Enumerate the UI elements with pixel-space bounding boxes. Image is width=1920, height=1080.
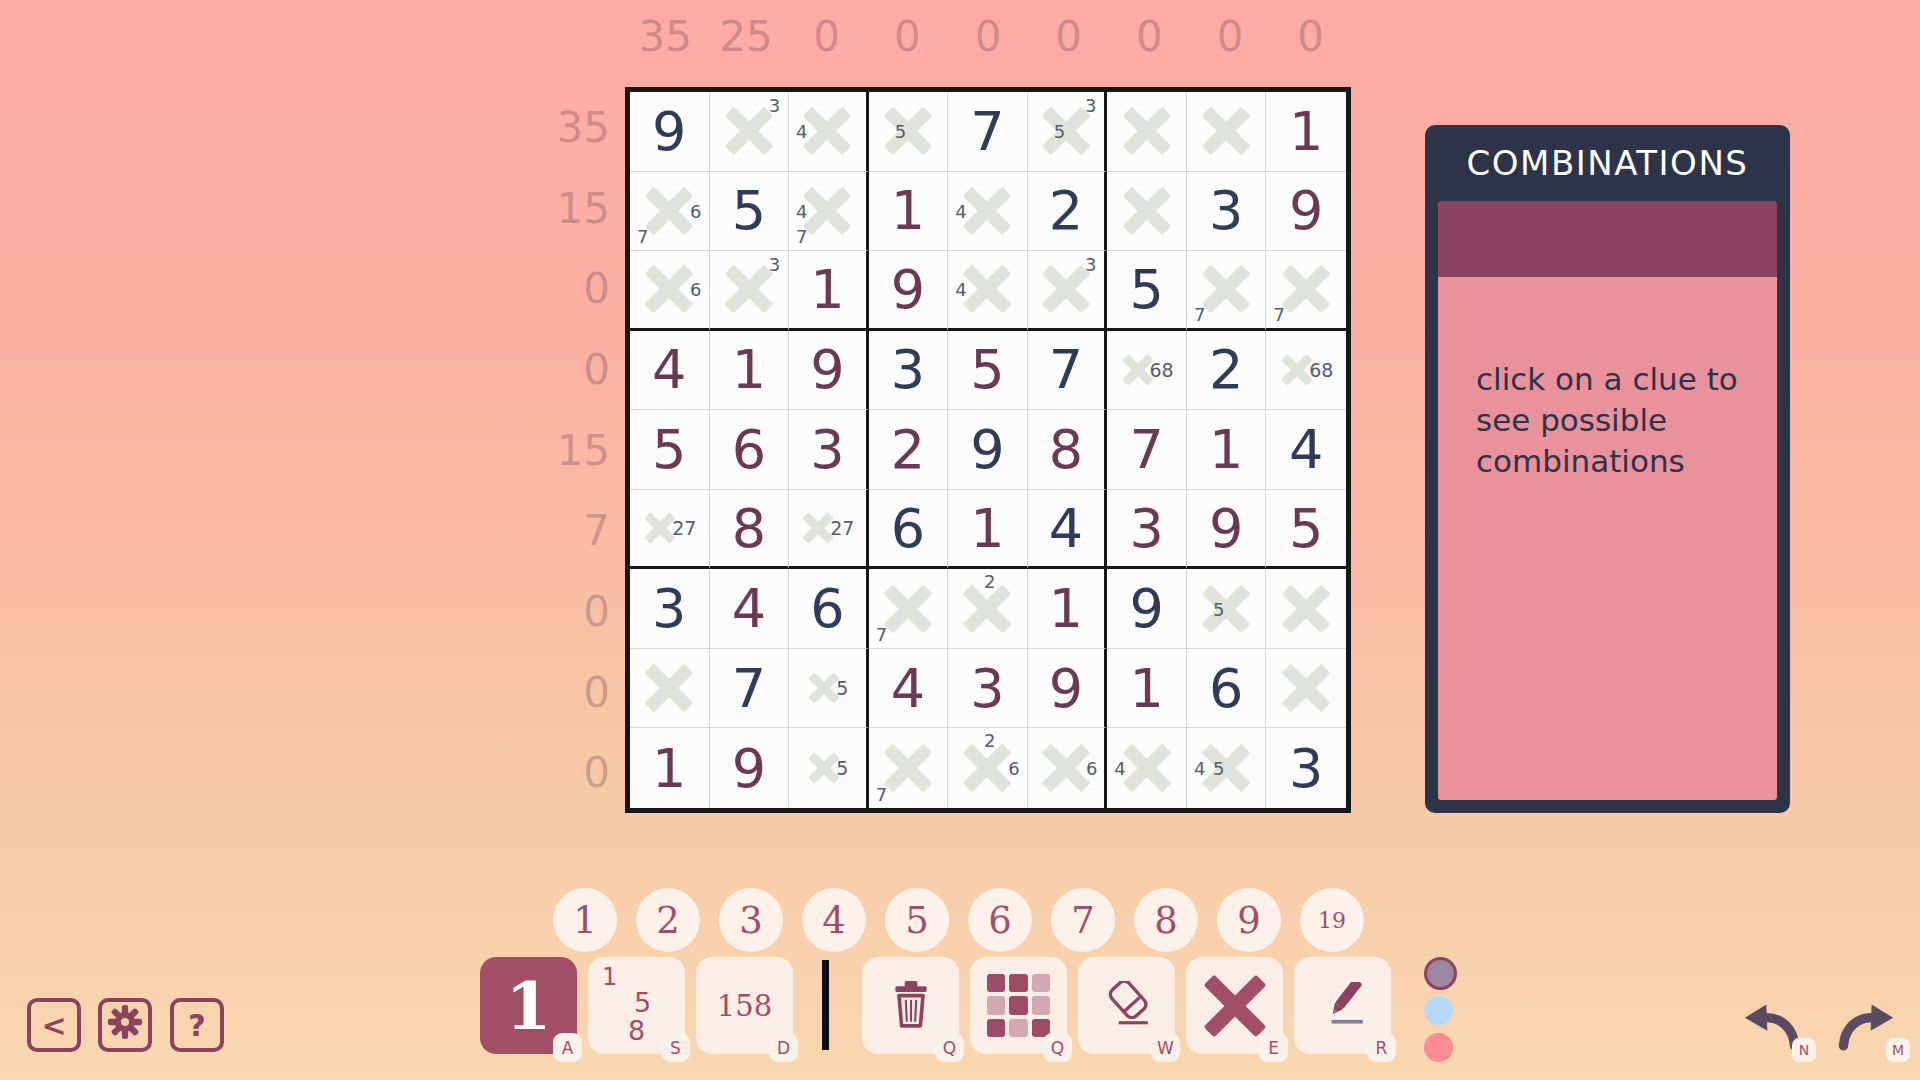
keyboard-hint: Q [935, 1033, 964, 1062]
grid-cell[interactable]: 7 [1028, 331, 1108, 411]
grid-cell[interactable]: 53 [1028, 92, 1108, 172]
entered-digit: 3 [948, 649, 1027, 728]
entered-digit: 1 [1187, 410, 1266, 489]
pencil-mark: 2 [984, 730, 995, 751]
elimination-x-mark [959, 183, 1015, 239]
entered-digit: 8 [1028, 410, 1105, 489]
candidate-digits: 68 [1309, 359, 1333, 381]
grid-cell[interactable]: 3 [1187, 172, 1267, 252]
grid-cell[interactable]: 3 [789, 410, 869, 490]
given-digit: 2 [1187, 331, 1266, 410]
column-clue[interactable]: 0 [1028, 12, 1109, 61]
entered-digit: 7 [1107, 410, 1186, 489]
given-digit: 5 [710, 172, 789, 251]
numpad-4-button[interactable]: 4 [802, 888, 866, 952]
grid-cell[interactable]: 4 [630, 331, 710, 411]
elimination-x-mark [641, 660, 697, 716]
pencil-icon [1319, 982, 1367, 1030]
column-clue[interactable]: 35 [625, 12, 706, 61]
elimination-x-mark [641, 261, 697, 317]
given-digit: 4 [1266, 410, 1346, 489]
center-marks-label: 158 [717, 989, 772, 1023]
grid-cell[interactable]: 6 [789, 569, 869, 649]
entered-digit: 4 [710, 569, 789, 648]
grid-cell[interactable]: 6 [630, 251, 710, 331]
pencil-mark: 7 [637, 226, 648, 247]
grid-cell[interactable]: 5 [1107, 251, 1187, 331]
candidate-digits: 5 [836, 757, 848, 779]
grid-cell[interactable]: 5 [789, 649, 869, 729]
given-digit: 6 [789, 569, 866, 648]
crossed-candidates: 27 [789, 490, 866, 567]
pencil-mark: 4 [1194, 758, 1205, 779]
pencil-mark: 7 [876, 784, 887, 805]
help-label: ? [188, 1008, 205, 1043]
grid-cell[interactable]: 4 [948, 251, 1028, 331]
corner-mark-digit: 5 [634, 987, 651, 1018]
help-button[interactable]: ? [170, 998, 224, 1052]
elimination-x-mark [1278, 581, 1334, 637]
pencil-mark: 4 [955, 200, 966, 221]
keyboard-hint: Q [1043, 1033, 1072, 1062]
grid-cell[interactable]: 68 [1107, 331, 1187, 411]
grid-cell[interactable]: 1 [789, 251, 869, 331]
row-clue[interactable]: 15 [470, 410, 610, 491]
given-digit: 9 [630, 92, 709, 171]
column-clue[interactable]: 0 [1109, 12, 1190, 61]
crossed-candidates: 27 [630, 490, 709, 567]
pencil-mark: 3 [769, 254, 780, 275]
row-clue[interactable]: 0 [470, 652, 610, 733]
column-clue[interactable]: 0 [948, 12, 1029, 61]
delete-button[interactable]: Q [862, 957, 959, 1054]
column-clue[interactable]: 0 [867, 12, 948, 61]
grid-cell[interactable] [1266, 649, 1346, 729]
grid-cell[interactable] [1107, 172, 1187, 252]
entered-digit: 9 [1187, 490, 1266, 567]
grid-cell[interactable]: 3 [710, 92, 790, 172]
pencil-mark: 4 [1114, 758, 1125, 779]
grid-cell[interactable]: 4 [948, 172, 1028, 252]
candidate-digits: 27 [672, 517, 696, 539]
given-digit: 5 [1107, 251, 1186, 328]
grid-cell[interactable]: 45 [1187, 728, 1267, 808]
elimination-x-mark [1119, 103, 1175, 159]
grid-cell[interactable]: 3 [948, 649, 1028, 729]
grid-cell[interactable]: 1 [948, 490, 1028, 570]
grid-cell[interactable]: 2 [869, 410, 949, 490]
sudoku-board[interactable]: 9345753176547142396319435774193576826856… [625, 87, 1351, 813]
row-clue[interactable]: 0 [470, 248, 610, 329]
toolbar-divider [822, 960, 829, 1050]
crossed-candidates: 5 [789, 649, 866, 728]
grid-cell[interactable]: 9 [1187, 490, 1267, 570]
grid-cell[interactable]: 9 [1266, 172, 1346, 252]
combinations-panel: COMBINATIONS click on a clue to see poss… [1425, 125, 1790, 813]
elimination-x-mark [799, 103, 855, 159]
grid-cell[interactable]: 4 [869, 649, 949, 729]
pencil-mark: 3 [769, 95, 780, 116]
elimination-x-mark [1278, 261, 1334, 317]
given-digit: 6 [869, 490, 948, 567]
entered-digit: 5 [1266, 490, 1346, 567]
grid-cell[interactable]: 4 [789, 92, 869, 172]
back-arrow-label: < [41, 1008, 66, 1043]
row-clue[interactable]: 0 [470, 329, 610, 410]
elimination-x-mark [1198, 581, 1254, 637]
grid-cell[interactable]: 9 [630, 92, 710, 172]
grid-cell[interactable] [1187, 92, 1267, 172]
pencil-mark: 3 [1085, 95, 1096, 116]
elimination-x-mark [1119, 183, 1175, 239]
eraser-button[interactable]: W [1078, 957, 1175, 1054]
grid-cell[interactable]: 76 [630, 172, 710, 252]
grid-cell[interactable]: 5 [1187, 569, 1267, 649]
grid-cell[interactable]: 7 [1187, 251, 1267, 331]
entered-digit: 2 [869, 410, 948, 489]
grid-cell[interactable]: 26 [948, 728, 1028, 808]
grid-cell[interactable]: 7 [869, 728, 949, 808]
grid-cell[interactable] [1266, 569, 1346, 649]
entered-digit: 8 [710, 490, 789, 567]
grid-cell[interactable] [630, 649, 710, 729]
given-digit: 3 [1187, 172, 1266, 251]
numpad-6-button[interactable]: 6 [968, 888, 1032, 952]
candidate-digits: 68 [1150, 359, 1174, 381]
crossed-candidates: 68 [1266, 331, 1346, 410]
grid-cell[interactable]: 7 [1266, 251, 1346, 331]
entered-digit: 3 [1107, 490, 1186, 567]
pencil-mark: 7 [1273, 304, 1284, 325]
corner-marks-mode-button[interactable]: 1 5 8 S [588, 957, 685, 1054]
grid-cell[interactable]: 5 [948, 331, 1028, 411]
left-clues: 351500157000 [470, 87, 610, 813]
grid-cell[interactable]: 2 [1187, 331, 1267, 411]
numpad-9-button[interactable]: 9 [1217, 888, 1281, 952]
panel-selected-clue-band [1438, 201, 1777, 277]
entered-digit: 5 [948, 331, 1027, 410]
pencil-mark: 7 [796, 226, 807, 247]
grid-cell[interactable]: 3 [869, 331, 949, 411]
top-clues: 35250000000 [625, 12, 1351, 61]
given-digit: 7 [710, 649, 789, 728]
grid-cell[interactable]: 27 [630, 490, 710, 570]
grid-cell[interactable]: 4 [1107, 728, 1187, 808]
grid-cell[interactable]: 1 [1028, 569, 1108, 649]
pencil-mark: 6 [1086, 758, 1097, 779]
row-clue[interactable]: 7 [470, 490, 610, 571]
elimination-x-mark [880, 581, 936, 637]
row-clue[interactable]: 35 [470, 87, 610, 168]
grid-cell[interactable]: 9 [1028, 649, 1108, 729]
numpad-8-button[interactable]: 8 [1134, 888, 1198, 952]
grid-cell[interactable]: 7 [710, 649, 790, 729]
elimination-x-mark [799, 183, 855, 239]
trash-icon [890, 980, 932, 1032]
entered-digit: 1 [789, 251, 866, 328]
elimination-x-mark [1198, 740, 1254, 796]
undo-button[interactable]: N [1742, 1002, 1802, 1052]
pencil-mark: 3 [1085, 254, 1096, 275]
numpad-3-button[interactable]: 3 [719, 888, 783, 952]
elimination-x-mark [880, 103, 936, 159]
grid-cell[interactable]: 8 [1028, 410, 1108, 490]
entered-digit: 5 [630, 410, 709, 489]
column-clue[interactable]: 0 [786, 12, 867, 61]
elimination-x-mark [1198, 103, 1254, 159]
grid-cell[interactable]: 1 [630, 728, 710, 808]
entered-digit: 4 [630, 331, 709, 410]
entered-digit: 1 [1028, 569, 1105, 648]
given-digit: 2 [1028, 172, 1105, 251]
grid-cell[interactable]: 3 [1107, 490, 1187, 570]
grid-cell[interactable]: 1 [1266, 92, 1346, 172]
numpad-5-button[interactable]: 5 [885, 888, 949, 952]
entered-digit: 9 [1028, 649, 1105, 728]
grid-cell[interactable]: 6 [1028, 728, 1108, 808]
grid-cell[interactable] [1107, 92, 1187, 172]
redo-button[interactable]: M [1836, 1002, 1896, 1052]
elimination-x-mark [880, 740, 936, 796]
given-digit: 3 [1266, 728, 1346, 808]
pencil-mark: 5 [1054, 121, 1065, 142]
column-clue[interactable]: 25 [706, 12, 787, 61]
keyboard-hint: W [1151, 1033, 1180, 1062]
grid-cell[interactable]: 47 [789, 172, 869, 252]
grid-cell[interactable]: 7 [1107, 410, 1187, 490]
keyboard-hint: N [1792, 1038, 1816, 1062]
pencil-mark: 7 [1194, 304, 1205, 325]
given-digit: 7 [948, 92, 1027, 171]
entered-digit: 9 [710, 728, 789, 808]
pencil-mark: 2 [984, 571, 995, 592]
digit-entry-mode-button[interactable]: 1 A [480, 957, 577, 1054]
color-dot-blue[interactable] [1424, 996, 1453, 1025]
numpad-2-button[interactable]: 2 [636, 888, 700, 952]
grid-cell[interactable]: 8 [710, 490, 790, 570]
color-dot-purple[interactable] [1424, 957, 1457, 990]
entered-digit: 1 [869, 172, 948, 251]
entered-digit: 4 [869, 649, 948, 728]
grid-cell[interactable]: 4 [710, 569, 790, 649]
center-marks-mode-button[interactable]: 158 D [696, 957, 793, 1054]
entered-digit: 9 [869, 251, 948, 328]
digit-entry-label: 1 [506, 967, 552, 1045]
entered-digit: 1 [710, 331, 789, 410]
grid-cell[interactable]: 27 [789, 490, 869, 570]
entered-digit: 9 [789, 331, 866, 410]
numpad-7-button[interactable]: 7 [1051, 888, 1115, 952]
color-dots [1424, 959, 1457, 1062]
keyboard-hint: M [1886, 1038, 1910, 1062]
given-digit: 7 [1028, 331, 1105, 410]
grid-cell[interactable]: 6 [1187, 649, 1267, 729]
back-button[interactable]: < [27, 998, 81, 1052]
given-digit: 9 [1107, 569, 1186, 648]
grid-cell[interactable]: 5 [1266, 490, 1346, 570]
elimination-x-mark [959, 261, 1015, 317]
elimination-x-mark [1198, 261, 1254, 317]
grid-cell[interactable]: 1 [869, 172, 949, 252]
pencil-mode-button[interactable]: R [1294, 957, 1391, 1054]
grid-cell[interactable]: 6 [710, 410, 790, 490]
grid-cell[interactable]: 1 [1107, 649, 1187, 729]
crossed-candidates: 5 [789, 728, 866, 808]
given-digit: 3 [630, 569, 709, 648]
pencil-mark: 5 [1213, 598, 1224, 619]
pencil-mark: 7 [876, 624, 887, 645]
grid-cell[interactable]: 7 [948, 92, 1028, 172]
entered-digit: 3 [789, 410, 866, 489]
grid-cell[interactable]: 9 [710, 728, 790, 808]
keyboard-hint: D [769, 1033, 798, 1062]
grid-cell[interactable]: 9 [869, 251, 949, 331]
grid-cell[interactable]: 5 [630, 410, 710, 490]
x-mark-icon [1206, 977, 1264, 1035]
elimination-x-mark [641, 183, 697, 239]
toolbar: 1 A 1 5 8 S 158 D Q Q [480, 957, 1457, 1062]
color-dot-salmon[interactable] [1424, 1033, 1453, 1062]
entered-digit: 1 [630, 728, 709, 808]
keyboard-hint: A [553, 1033, 582, 1062]
corner-mark-digit: 1 [602, 963, 617, 991]
grid-cell[interactable]: 2 [948, 569, 1028, 649]
column-clue[interactable]: 0 [1270, 12, 1351, 61]
candidate-digits: 5 [836, 677, 848, 699]
grid-cell[interactable]: 2 [1028, 172, 1108, 252]
given-digit: 3 [869, 331, 948, 410]
grid-cell[interactable]: 4 [1028, 490, 1108, 570]
panel-message: click on a clue to see possible combinat… [1438, 277, 1777, 800]
grid-cell[interactable]: 9 [1107, 569, 1187, 649]
grid-cell[interactable]: 3 [630, 569, 710, 649]
elimination-x-mark [1119, 740, 1175, 796]
entered-digit: 1 [1266, 92, 1346, 171]
grid-cell[interactable]: 5 [789, 728, 869, 808]
grid-cell[interactable]: 1 [1187, 410, 1267, 490]
grid-cell[interactable]: 1 [710, 331, 790, 411]
row-clue[interactable]: 15 [470, 168, 610, 249]
settings-button[interactable] [98, 998, 152, 1052]
entered-digit: 9 [1266, 172, 1346, 251]
candidate-digits: 27 [830, 517, 854, 539]
pencil-mark: 5 [895, 121, 906, 142]
panel-title: COMBINATIONS [1438, 125, 1777, 201]
entered-digit: 6 [710, 410, 789, 489]
keyboard-hint: R [1367, 1033, 1396, 1062]
row-clue[interactable]: 0 [470, 732, 610, 813]
row-clue[interactable]: 0 [470, 571, 610, 652]
numpad: 12345678919 [553, 888, 1364, 952]
grid-cell[interactable]: 9 [948, 410, 1028, 490]
grid-cell[interactable]: 3 [1028, 251, 1108, 331]
grid-cell[interactable]: 3 [1266, 728, 1346, 808]
pencil-mark: 6 [690, 279, 701, 300]
keyboard-hint: S [661, 1033, 690, 1062]
pencil-mark: 6 [690, 200, 701, 221]
given-digit: 6 [1187, 649, 1266, 728]
crossed-candidates: 68 [1107, 331, 1186, 410]
eraser-icon [1102, 981, 1152, 1031]
panel-inner: click on a clue to see possible combinat… [1438, 201, 1777, 800]
numpad-1-button[interactable]: 1 [553, 888, 617, 952]
entered-digit: 1 [948, 490, 1027, 567]
grid-cell[interactable]: 3 [710, 251, 790, 331]
keyboard-hint: E [1259, 1033, 1288, 1062]
elimination-x-mark [1278, 660, 1334, 716]
grid-cell[interactable]: 7 [869, 569, 949, 649]
color-grid-icon [987, 974, 1051, 1038]
corner-mark-digit: 8 [628, 1015, 645, 1046]
coloring-mode-button[interactable]: Q [970, 957, 1067, 1054]
grid-cell[interactable]: 6 [869, 490, 949, 570]
entered-digit: 1 [1107, 649, 1186, 728]
given-digit: 9 [948, 410, 1027, 489]
grid-cell[interactable]: 5 [710, 172, 790, 252]
pencil-mark: 4 [796, 121, 807, 142]
given-digit: 4 [1028, 490, 1105, 567]
cross-out-mode-button[interactable]: E [1186, 957, 1283, 1054]
grid-cell[interactable]: 4 [1266, 410, 1346, 490]
pencil-mark: 5 [1213, 758, 1224, 779]
numpad-19-button[interactable]: 19 [1300, 888, 1364, 952]
pencil-mark: 6 [1008, 758, 1019, 779]
grid-cell[interactable]: 9 [789, 331, 869, 411]
grid-cell[interactable]: 68 [1266, 331, 1346, 411]
pencil-mark: 4 [955, 279, 966, 300]
pencil-mark: 4 [796, 200, 807, 221]
column-clue[interactable]: 0 [1190, 12, 1271, 61]
gear-icon [107, 1004, 143, 1047]
grid-cell[interactable]: 5 [869, 92, 949, 172]
